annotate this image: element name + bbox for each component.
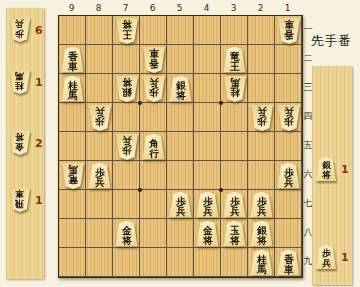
board-cell-6八[interactable] xyxy=(140,219,167,248)
board-cell-2七[interactable]: 歩兵 xyxy=(248,190,275,219)
captured-kei[interactable]: 桂馬1 xyxy=(9,70,43,94)
piece-kyo[interactable]: 香車 xyxy=(277,250,301,276)
board-cell-2一[interactable] xyxy=(248,16,275,45)
piece-ryuma[interactable]: 竜馬 xyxy=(61,163,85,189)
board-cell-3五[interactable] xyxy=(221,132,248,161)
board-cell-4三[interactable] xyxy=(194,74,221,103)
piece-kaku[interactable]: 角行 xyxy=(142,134,166,160)
board-cell-6四[interactable] xyxy=(140,103,167,132)
piece-fu[interactable]: 歩兵 xyxy=(169,192,193,218)
piece-fu[interactable]: 歩兵 xyxy=(115,134,139,160)
board-cell-3三[interactable]: 桂馬 xyxy=(221,74,248,103)
captured-gin[interactable]: 銀将1 xyxy=(315,157,349,181)
board-cell-4一[interactable] xyxy=(194,16,221,45)
captured-count: 1 xyxy=(35,76,43,89)
board-cell-6六[interactable] xyxy=(140,161,167,190)
board-cell-3二[interactable]: 竜王 xyxy=(221,45,248,74)
board-cell-5二[interactable] xyxy=(167,45,194,74)
star-point xyxy=(219,101,223,105)
board-cell-3四[interactable] xyxy=(221,103,248,132)
board-cell-9一[interactable] xyxy=(59,16,86,45)
piece-fu[interactable]: 歩兵 xyxy=(223,192,247,218)
shogi-board: 王将香車香車香車竜王桂馬銀将歩兵銀将桂馬歩兵歩兵歩兵歩兵角行竜馬歩兵歩兵歩兵歩兵… xyxy=(58,15,303,278)
captured-kin[interactable]: 金将2 xyxy=(9,131,43,155)
piece-fu[interactable]: 歩兵 xyxy=(142,76,166,102)
file-label: 3 xyxy=(220,3,247,14)
board-cell-7三[interactable]: 銀将 xyxy=(113,74,140,103)
board-cell-8一[interactable] xyxy=(86,16,113,45)
board-cell-4二[interactable] xyxy=(194,45,221,74)
board-cell-5五[interactable] xyxy=(167,132,194,161)
board-cell-8六[interactable]: 歩兵 xyxy=(86,161,113,190)
file-label: 8 xyxy=(85,3,112,14)
board-cell-8四[interactable]: 歩兵 xyxy=(86,103,113,132)
piece-gin[interactable]: 銀将 xyxy=(315,157,337,181)
board-cell-6七[interactable] xyxy=(140,190,167,219)
board-cell-2九[interactable]: 桂馬 xyxy=(248,248,275,277)
piece-hisha[interactable]: 飛車 xyxy=(9,188,31,212)
board-cell-1一[interactable]: 香車 xyxy=(275,16,302,45)
file-label: 4 xyxy=(193,3,220,14)
file-label: 7 xyxy=(112,3,139,14)
piece-kyo[interactable]: 香車 xyxy=(277,18,301,44)
board-cell-1四[interactable]: 歩兵 xyxy=(275,103,302,132)
board-cell-7六[interactable] xyxy=(113,161,140,190)
captured-count: 1 xyxy=(35,194,43,207)
file-label: 5 xyxy=(166,3,193,14)
piece-fu[interactable]: 歩兵 xyxy=(250,192,274,218)
gote-captured-tray: 歩兵6桂馬1金将2飛車1 xyxy=(6,8,44,279)
star-point xyxy=(138,188,142,192)
board-cell-7一[interactable]: 王将 xyxy=(113,16,140,45)
board-cell-1七[interactable] xyxy=(275,190,302,219)
board-cell-8二[interactable] xyxy=(86,45,113,74)
piece-fu[interactable]: 歩兵 xyxy=(196,192,220,218)
board-cell-4七[interactable]: 歩兵 xyxy=(194,190,221,219)
board-cell-5四[interactable] xyxy=(167,103,194,132)
board-cell-9九[interactable] xyxy=(59,248,86,277)
board-cell-2二[interactable] xyxy=(248,45,275,74)
board-cell-9七[interactable] xyxy=(59,190,86,219)
piece-fu[interactable]: 歩兵 xyxy=(315,245,337,269)
board-cell-9八[interactable] xyxy=(59,219,86,248)
board-cell-9六[interactable]: 竜馬 xyxy=(59,161,86,190)
file-label: 6 xyxy=(139,3,166,14)
captured-fu[interactable]: 歩兵6 xyxy=(9,18,43,42)
piece-gin[interactable]: 銀将 xyxy=(115,76,139,102)
board-cell-5六[interactable] xyxy=(167,161,194,190)
board-cell-1二[interactable] xyxy=(275,45,302,74)
captured-count: 6 xyxy=(35,24,43,37)
board-cell-7七[interactable] xyxy=(113,190,140,219)
star-point xyxy=(138,101,142,105)
piece-kei[interactable]: 桂馬 xyxy=(61,76,85,102)
captured-hisha[interactable]: 飛車1 xyxy=(9,188,43,212)
captured-count: 2 xyxy=(35,137,43,150)
board-cell-4六[interactable] xyxy=(194,161,221,190)
board-cell-2三[interactable] xyxy=(248,74,275,103)
piece-ryuo[interactable]: 竜王 xyxy=(223,47,247,73)
board-cell-2四[interactable]: 歩兵 xyxy=(248,103,275,132)
board-cell-7九[interactable] xyxy=(113,248,140,277)
piece-ou[interactable]: 王将 xyxy=(115,18,139,44)
board-cell-5一[interactable] xyxy=(167,16,194,45)
board-cell-1六[interactable]: 歩兵 xyxy=(275,161,302,190)
board-cell-9四[interactable] xyxy=(59,103,86,132)
board-cell-9二[interactable]: 香車 xyxy=(59,45,86,74)
board-cell-1八[interactable] xyxy=(275,219,302,248)
board-cell-3一[interactable] xyxy=(221,16,248,45)
board-cell-4四[interactable] xyxy=(194,103,221,132)
file-label: 2 xyxy=(247,3,274,14)
board-cell-6三[interactable]: 歩兵 xyxy=(140,74,167,103)
shogi-app: 歩兵6桂馬1金将2飛車1 987654321 王将香車香車香車竜王桂馬銀将歩兵銀… xyxy=(0,0,360,287)
piece-fu[interactable]: 歩兵 xyxy=(88,163,112,189)
piece-kin[interactable]: 金将 xyxy=(9,131,31,155)
board-cell-4五[interactable] xyxy=(194,132,221,161)
piece-gyoku[interactable]: 玉将 xyxy=(223,221,247,247)
board-cell-2五[interactable] xyxy=(248,132,275,161)
board-cell-8七[interactable] xyxy=(86,190,113,219)
board-cell-1九[interactable]: 香車 xyxy=(275,248,302,277)
board-cell-6二[interactable]: 香車 xyxy=(140,45,167,74)
file-label: 9 xyxy=(58,3,85,14)
captured-count: 1 xyxy=(341,251,349,264)
piece-kin[interactable]: 金将 xyxy=(115,221,139,247)
board-cell-3七[interactable]: 歩兵 xyxy=(221,190,248,219)
board-cell-7二[interactable] xyxy=(113,45,140,74)
board-cell-8五[interactable] xyxy=(86,132,113,161)
piece-fu[interactable]: 歩兵 xyxy=(9,18,31,42)
piece-kei[interactable]: 桂馬 xyxy=(250,250,274,276)
board-cell-4九[interactable] xyxy=(194,248,221,277)
board-cell-1三[interactable] xyxy=(275,74,302,103)
board-cell-7四[interactable] xyxy=(113,103,140,132)
board-cell-5七[interactable]: 歩兵 xyxy=(167,190,194,219)
board-cell-7五[interactable]: 歩兵 xyxy=(113,132,140,161)
piece-gin[interactable]: 銀将 xyxy=(169,76,193,102)
star-point xyxy=(219,188,223,192)
board-cell-1五[interactable] xyxy=(275,132,302,161)
file-labels: 987654321 xyxy=(58,3,301,14)
board-cell-5八[interactable] xyxy=(167,219,194,248)
captured-count: 1 xyxy=(341,163,349,176)
piece-fu[interactable]: 歩兵 xyxy=(88,105,112,131)
piece-kei[interactable]: 桂馬 xyxy=(9,70,31,94)
turn-indicator: 先手番 xyxy=(311,33,359,50)
board-cell-4八[interactable]: 金将 xyxy=(194,219,221,248)
piece-kyo[interactable]: 香車 xyxy=(142,47,166,73)
board-cell-2六[interactable] xyxy=(248,161,275,190)
board-cell-3九[interactable] xyxy=(221,248,248,277)
board-cell-6九[interactable] xyxy=(140,248,167,277)
board-cell-9三[interactable]: 桂馬 xyxy=(59,74,86,103)
board-cell-5九[interactable] xyxy=(167,248,194,277)
piece-fu[interactable]: 歩兵 xyxy=(250,105,274,131)
board-cell-8三[interactable] xyxy=(86,74,113,103)
captured-fu[interactable]: 歩兵1 xyxy=(315,245,349,269)
board-cell-3六[interactable] xyxy=(221,161,248,190)
board-cell-6五[interactable]: 角行 xyxy=(140,132,167,161)
piece-kyo[interactable]: 香車 xyxy=(61,47,85,73)
board-cell-8九[interactable] xyxy=(86,248,113,277)
board-cell-6一[interactable] xyxy=(140,16,167,45)
board-cell-9五[interactable] xyxy=(59,132,86,161)
board-cell-3八[interactable]: 玉将 xyxy=(221,219,248,248)
piece-gin[interactable]: 銀将 xyxy=(250,221,274,247)
board-cell-8八[interactable] xyxy=(86,219,113,248)
board-cell-5三[interactable]: 銀将 xyxy=(167,74,194,103)
piece-kei[interactable]: 桂馬 xyxy=(223,76,247,102)
piece-kin[interactable]: 金将 xyxy=(196,221,220,247)
board-cell-2八[interactable]: 銀将 xyxy=(248,219,275,248)
piece-fu[interactable]: 歩兵 xyxy=(277,105,301,131)
piece-fu[interactable]: 歩兵 xyxy=(277,163,301,189)
file-label: 1 xyxy=(274,3,301,14)
sente-captured-tray: 銀将1歩兵1 xyxy=(312,66,352,285)
board-cell-7八[interactable]: 金将 xyxy=(113,219,140,248)
